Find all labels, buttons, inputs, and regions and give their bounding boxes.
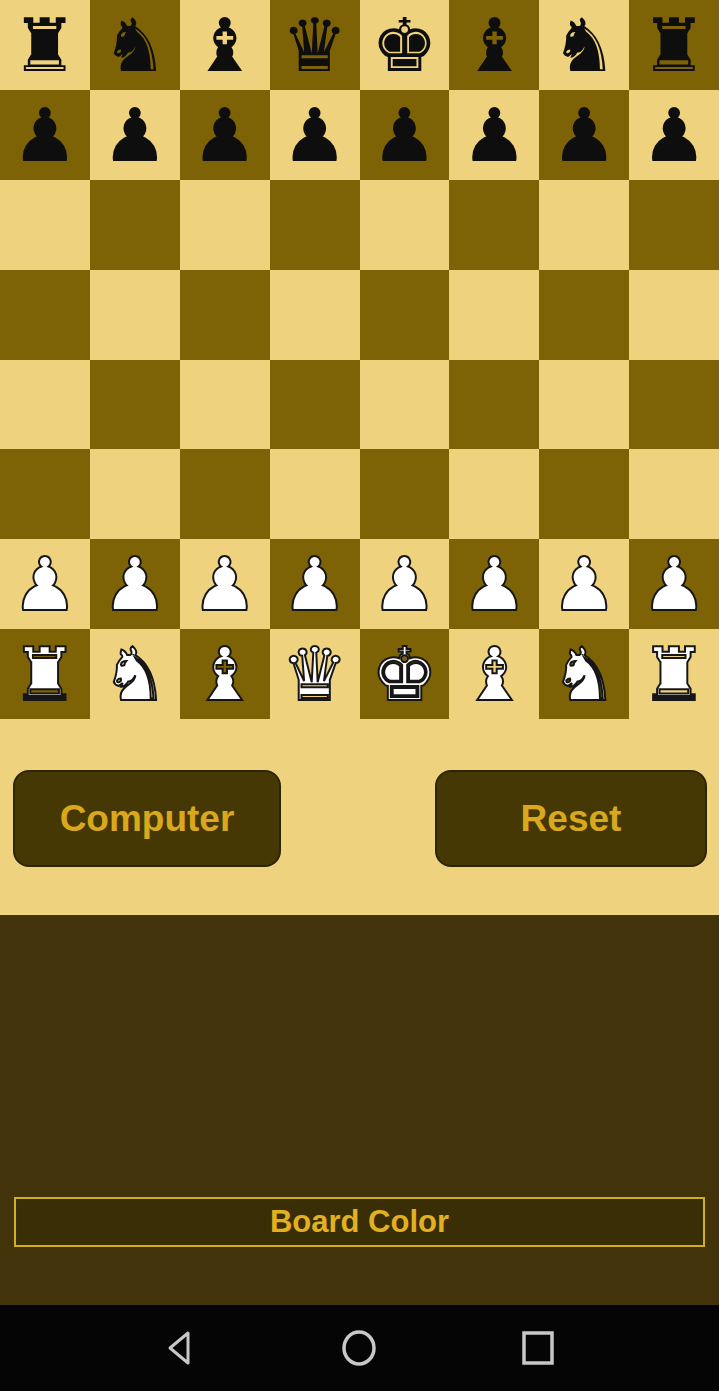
- square-h1[interactable]: ♜: [629, 629, 719, 719]
- square-a2[interactable]: ♟: [0, 539, 90, 629]
- white-rook[interactable]: ♜: [12, 637, 78, 711]
- white-rook[interactable]: ♜: [641, 637, 707, 711]
- square-a8[interactable]: ♜: [0, 0, 90, 90]
- black-bishop[interactable]: ♝: [192, 8, 258, 82]
- back-icon[interactable]: [159, 1328, 199, 1368]
- square-e4[interactable]: [360, 360, 450, 450]
- square-b1[interactable]: ♞: [90, 629, 180, 719]
- square-d7[interactable]: ♟: [270, 90, 360, 180]
- white-pawn[interactable]: ♟: [371, 547, 437, 621]
- recents-icon[interactable]: [518, 1328, 558, 1368]
- square-g3[interactable]: [539, 449, 629, 539]
- square-f6[interactable]: [449, 180, 539, 270]
- white-pawn[interactable]: ♟: [281, 547, 347, 621]
- square-b8[interactable]: ♞: [90, 0, 180, 90]
- square-c1[interactable]: ♝: [180, 629, 270, 719]
- home-icon[interactable]: [339, 1328, 379, 1368]
- square-h7[interactable]: ♟: [629, 90, 719, 180]
- black-rook[interactable]: ♜: [641, 8, 707, 82]
- white-bishop[interactable]: ♝: [192, 637, 258, 711]
- square-h2[interactable]: ♟: [629, 539, 719, 629]
- square-g2[interactable]: ♟: [539, 539, 629, 629]
- square-b6[interactable]: [90, 180, 180, 270]
- white-pawn[interactable]: ♟: [102, 547, 168, 621]
- square-e8[interactable]: ♚: [360, 0, 450, 90]
- white-queen[interactable]: ♛: [281, 637, 347, 711]
- square-a5[interactable]: [0, 270, 90, 360]
- white-king[interactable]: ♚: [371, 637, 437, 711]
- square-d8[interactable]: ♛: [270, 0, 360, 90]
- square-c6[interactable]: [180, 180, 270, 270]
- square-d6[interactable]: [270, 180, 360, 270]
- square-g6[interactable]: [539, 180, 629, 270]
- square-c4[interactable]: [180, 360, 270, 450]
- square-g5[interactable]: [539, 270, 629, 360]
- square-e6[interactable]: [360, 180, 450, 270]
- square-c2[interactable]: ♟: [180, 539, 270, 629]
- black-knight[interactable]: ♞: [551, 8, 617, 82]
- black-pawn[interactable]: ♟: [12, 98, 78, 172]
- square-a7[interactable]: ♟: [0, 90, 90, 180]
- square-a1[interactable]: ♜: [0, 629, 90, 719]
- black-pawn[interactable]: ♟: [551, 98, 617, 172]
- white-knight[interactable]: ♞: [551, 637, 617, 711]
- square-c5[interactable]: [180, 270, 270, 360]
- square-f7[interactable]: ♟: [449, 90, 539, 180]
- square-h8[interactable]: ♜: [629, 0, 719, 90]
- square-b4[interactable]: [90, 360, 180, 450]
- square-b5[interactable]: [90, 270, 180, 360]
- square-h4[interactable]: [629, 360, 719, 450]
- computer-button[interactable]: Computer: [13, 770, 281, 867]
- white-pawn[interactable]: ♟: [12, 547, 78, 621]
- square-b3[interactable]: [90, 449, 180, 539]
- square-e5[interactable]: [360, 270, 450, 360]
- square-d4[interactable]: [270, 360, 360, 450]
- square-f2[interactable]: ♟: [449, 539, 539, 629]
- square-f5[interactable]: [449, 270, 539, 360]
- square-f3[interactable]: [449, 449, 539, 539]
- app-screen: ♜♞♝♛♚♝♞♜♟♟♟♟♟♟♟♟♟♟♟♟♟♟♟♟♜♞♝♛♚♝♞♜ Compute…: [0, 0, 719, 1391]
- black-pawn[interactable]: ♟: [281, 98, 347, 172]
- square-d1[interactable]: ♛: [270, 629, 360, 719]
- black-pawn[interactable]: ♟: [192, 98, 258, 172]
- square-h3[interactable]: [629, 449, 719, 539]
- square-g7[interactable]: ♟: [539, 90, 629, 180]
- black-bishop[interactable]: ♝: [461, 8, 527, 82]
- square-h6[interactable]: [629, 180, 719, 270]
- black-knight[interactable]: ♞: [102, 8, 168, 82]
- chess-board[interactable]: ♜♞♝♛♚♝♞♜♟♟♟♟♟♟♟♟♟♟♟♟♟♟♟♟♜♞♝♛♚♝♞♜: [0, 0, 719, 719]
- white-pawn[interactable]: ♟: [192, 547, 258, 621]
- black-queen[interactable]: ♛: [281, 8, 347, 82]
- controls-strip: Computer Reset: [0, 719, 719, 915]
- square-c3[interactable]: [180, 449, 270, 539]
- white-pawn[interactable]: ♟: [551, 547, 617, 621]
- square-a6[interactable]: [0, 180, 90, 270]
- white-pawn[interactable]: ♟: [641, 547, 707, 621]
- square-d2[interactable]: ♟: [270, 539, 360, 629]
- square-g4[interactable]: [539, 360, 629, 450]
- square-h5[interactable]: [629, 270, 719, 360]
- square-g1[interactable]: ♞: [539, 629, 629, 719]
- square-f8[interactable]: ♝: [449, 0, 539, 90]
- black-pawn[interactable]: ♟: [371, 98, 437, 172]
- white-bishop[interactable]: ♝: [461, 637, 527, 711]
- white-pawn[interactable]: ♟: [461, 547, 527, 621]
- reset-button[interactable]: Reset: [435, 770, 707, 867]
- square-d5[interactable]: [270, 270, 360, 360]
- black-rook[interactable]: ♜: [12, 8, 78, 82]
- lower-panel: Board Color: [0, 915, 719, 1305]
- square-e7[interactable]: ♟: [360, 90, 450, 180]
- square-b2[interactable]: ♟: [90, 539, 180, 629]
- square-e1[interactable]: ♚: [360, 629, 450, 719]
- black-king[interactable]: ♚: [371, 8, 437, 82]
- square-f1[interactable]: ♝: [449, 629, 539, 719]
- android-navbar: [0, 1305, 719, 1391]
- black-pawn[interactable]: ♟: [102, 98, 168, 172]
- square-c8[interactable]: ♝: [180, 0, 270, 90]
- board-color-button[interactable]: Board Color: [14, 1197, 705, 1247]
- square-b7[interactable]: ♟: [90, 90, 180, 180]
- white-knight[interactable]: ♞: [102, 637, 168, 711]
- square-g8[interactable]: ♞: [539, 0, 629, 90]
- square-e2[interactable]: ♟: [360, 539, 450, 629]
- square-a3[interactable]: [0, 449, 90, 539]
- black-pawn[interactable]: ♟: [641, 98, 707, 172]
- square-c7[interactable]: ♟: [180, 90, 270, 180]
- square-d3[interactable]: [270, 449, 360, 539]
- square-e3[interactable]: [360, 449, 450, 539]
- square-a4[interactable]: [0, 360, 90, 450]
- black-pawn[interactable]: ♟: [461, 98, 527, 172]
- square-f4[interactable]: [449, 360, 539, 450]
